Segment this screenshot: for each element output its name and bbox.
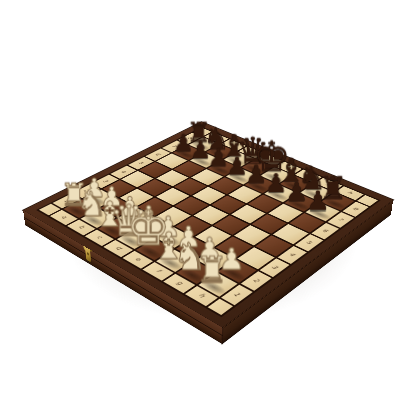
rank-label-text: 2 xyxy=(252,278,262,283)
chess-board: abcdefgh8♜♞♝♛♚♝♞♜87♟♟♟♟♟♟♟♟7665544332♟♟♟… xyxy=(23,122,393,328)
file-label-h: h xyxy=(185,286,218,306)
rank-label-text: 4 xyxy=(120,170,128,173)
rank-label-text: 4 xyxy=(288,253,297,258)
chess-box: abcdefgh8♜♞♝♛♚♝♞♜87♟♟♟♟♟♟♟♟7665544332♟♟♟… xyxy=(23,122,393,328)
piece-black-pawn[interactable]: ♟ xyxy=(285,179,308,205)
file-label-text: e xyxy=(133,257,142,262)
scene: abcdefgh8♜♞♝♛♚♝♞♜87♟♟♟♟♟♟♟♟7665544332♟♟♟… xyxy=(0,0,416,416)
file-label-text: g xyxy=(175,281,184,286)
rank-label-text: 6 xyxy=(154,153,161,156)
file-label-text: d xyxy=(114,246,123,250)
piece-black-pawn[interactable]: ♟ xyxy=(306,188,330,215)
file-label-text: f xyxy=(154,269,162,273)
file-label-text: h xyxy=(197,293,207,298)
rank-label-text: 8 xyxy=(351,207,359,211)
piece-white-rook[interactable]: ♜ xyxy=(196,252,228,288)
rank-label-text: 5 xyxy=(305,241,314,245)
rank-label-text: 5 xyxy=(137,162,145,165)
file-label-text: a xyxy=(60,216,68,220)
rank-label-text: 1 xyxy=(232,292,242,297)
rank-label-text: 7 xyxy=(336,218,345,222)
file-label-text: b xyxy=(77,225,85,229)
file-label-text: c xyxy=(95,236,103,240)
rank-label-text: 3 xyxy=(270,265,279,270)
product-photo: abcdefgh8♜♞♝♛♚♝♞♜87♟♟♟♟♟♟♟♟7665544332♟♟♟… xyxy=(0,0,416,416)
rank-label-text: 6 xyxy=(321,229,330,233)
